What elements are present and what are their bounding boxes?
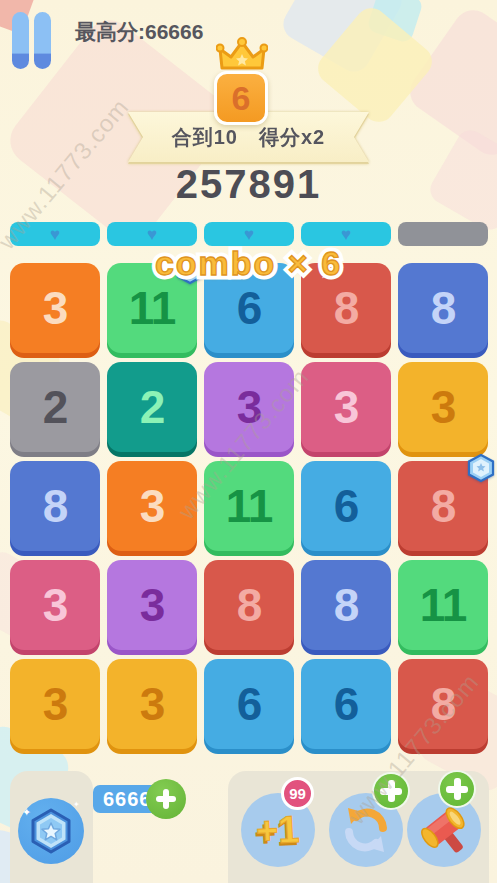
tile-r5c4[interactable]: 6 <box>301 659 391 749</box>
plus-icon <box>380 780 402 802</box>
tile-value: 8 <box>431 677 456 731</box>
swap-arrows-icon <box>339 803 393 857</box>
gem-badge-icon <box>175 255 205 289</box>
tile-value: 3 <box>140 677 165 731</box>
tile-value: 8 <box>334 281 359 335</box>
add-hammer-button[interactable] <box>438 770 476 808</box>
tile-value: 3 <box>334 380 359 434</box>
heart-icon: ♥ <box>341 226 351 243</box>
best-score-label: 最高分:66666 <box>75 18 203 46</box>
tile-r3c2[interactable]: 3 <box>107 461 197 551</box>
tile-r2c1[interactable]: 2 <box>10 362 100 452</box>
tile-value: 11 <box>129 281 176 335</box>
plus-icon <box>446 778 468 800</box>
tile-r1c5[interactable]: 8 <box>398 263 488 353</box>
tile-value: 6 <box>237 281 262 335</box>
life-slot-2: ♥ <box>107 222 197 246</box>
tile-value: 8 <box>431 479 456 533</box>
gem-button[interactable] <box>18 798 84 864</box>
lives-bar: ♥ ♥ ♥ ♥ <box>10 222 488 246</box>
tile-r4c3[interactable]: 8 <box>204 560 294 650</box>
tile-r2c2[interactable]: 2 <box>107 362 197 452</box>
pause-icon <box>34 12 51 69</box>
add-swap-button[interactable] <box>372 772 410 810</box>
tile-r4c2[interactable]: 3 <box>107 560 197 650</box>
hammer-button[interactable] <box>407 793 481 867</box>
gem-badge-icon <box>466 453 496 487</box>
life-slot-4: ♥ <box>301 222 391 246</box>
tile-value: 3 <box>237 380 262 434</box>
tile-r5c1[interactable]: 3 <box>10 659 100 749</box>
plus-one-label: +1 <box>255 807 301 852</box>
plus-one-count-badge: 99 <box>281 777 314 810</box>
tile-r2c5[interactable]: 3 <box>398 362 488 452</box>
gem-icon <box>27 807 75 855</box>
tile-r5c2[interactable]: 3 <box>107 659 197 749</box>
life-slot-5-empty <box>398 222 488 246</box>
tile-r5c5[interactable]: 8 <box>398 659 488 749</box>
bg-square <box>312 2 439 129</box>
tile-value: 11 <box>420 578 467 632</box>
game-board: 3 11 6 8 8 2 2 3 3 3 8 3 11 6 8 3 3 8 8 … <box>10 263 488 749</box>
tile-value: 3 <box>43 281 68 335</box>
tile-r3c4[interactable]: 6 <box>301 461 391 551</box>
tile-r4c4[interactable]: 8 <box>301 560 391 650</box>
tile-r2c4[interactable]: 3 <box>301 362 391 452</box>
next-goal-tile: 6 <box>214 71 268 125</box>
game-screen: www.11773.com www.11773.com www.11773.co… <box>0 0 497 883</box>
goal-banner-text: 合到10 得分x2 <box>172 124 326 151</box>
tile-value: 6 <box>334 479 359 533</box>
current-score: 257891 <box>0 162 497 207</box>
bg-square <box>366 0 424 44</box>
plus-icon <box>156 789 176 809</box>
tile-value: 11 <box>226 479 273 533</box>
tile-r3c3[interactable]: 11 <box>204 461 294 551</box>
tile-r4c5[interactable]: 11 <box>398 560 488 650</box>
tile-r4c1[interactable]: 3 <box>10 560 100 650</box>
bg-square <box>278 0 408 77</box>
tile-r5c3[interactable]: 6 <box>204 659 294 749</box>
bg-square <box>402 2 497 162</box>
tile-value: 2 <box>43 380 68 434</box>
tile-value: 8 <box>237 578 262 632</box>
heart-icon: ♥ <box>50 226 60 243</box>
tile-r2c3[interactable]: 3 <box>204 362 294 452</box>
goal-value: 6 <box>232 79 251 118</box>
tile-value: 3 <box>140 479 165 533</box>
tile-r1c3[interactable]: 6 <box>204 263 294 353</box>
tile-value: 8 <box>43 479 68 533</box>
tile-r3c5[interactable]: 8 <box>398 461 488 551</box>
hammer-icon <box>415 801 473 859</box>
tile-value: 3 <box>140 578 165 632</box>
heart-icon: ♥ <box>244 226 254 243</box>
tile-r3c1[interactable]: 8 <box>10 461 100 551</box>
tile-r1c1[interactable]: 3 <box>10 263 100 353</box>
life-slot-3: ♥ <box>204 222 294 246</box>
heart-icon: ♥ <box>147 226 157 243</box>
pause-icon <box>12 12 29 69</box>
tile-value: 3 <box>43 677 68 731</box>
tile-value: 2 <box>140 380 165 434</box>
tile-value: 6 <box>334 677 359 731</box>
tile-value: 8 <box>431 281 456 335</box>
tile-r1c4[interactable]: 8 <box>301 263 391 353</box>
tile-r1c2[interactable]: 11 <box>107 263 197 353</box>
tile-value: 8 <box>334 578 359 632</box>
tile-value: 6 <box>237 677 262 731</box>
pause-button[interactable] <box>12 12 54 70</box>
tile-value: 3 <box>431 380 456 434</box>
tile-value: 3 <box>43 578 68 632</box>
add-gems-button[interactable] <box>146 779 186 819</box>
life-slot-1: ♥ <box>10 222 100 246</box>
